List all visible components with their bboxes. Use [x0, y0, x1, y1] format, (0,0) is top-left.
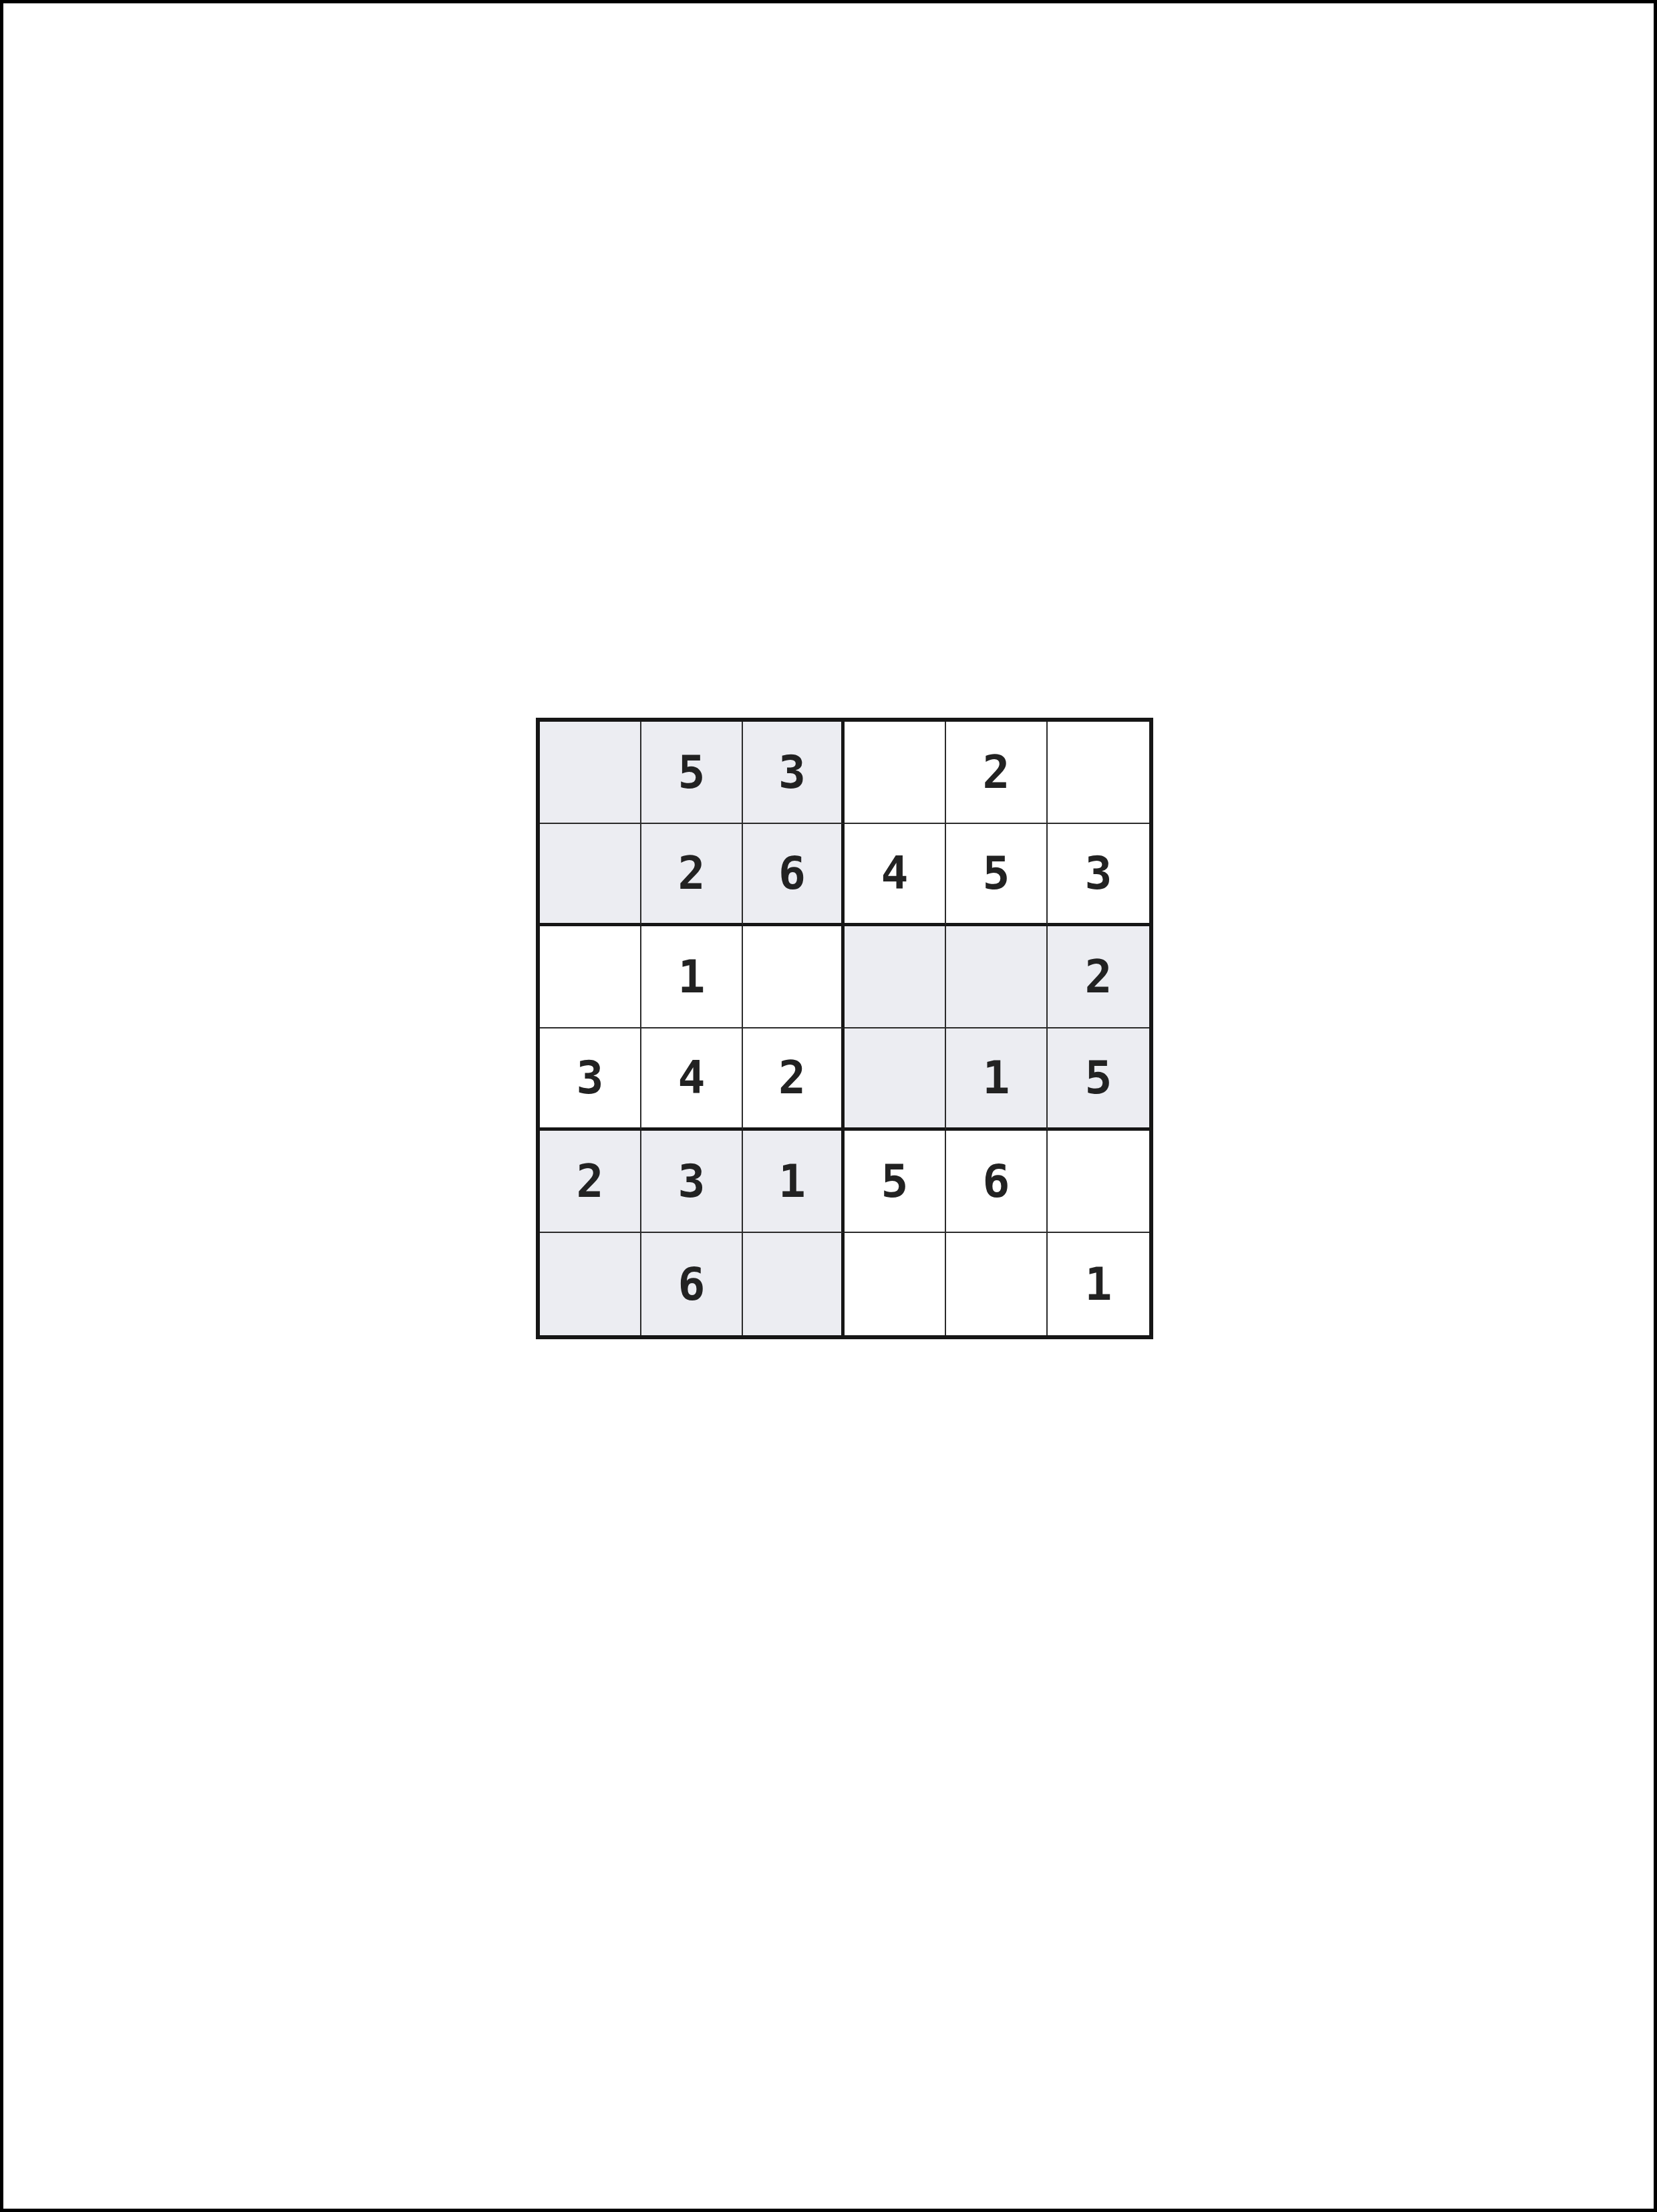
cell-r1c5-given-2: 2 [946, 722, 1048, 824]
cell-r5c3-given-1: 1 [743, 1131, 845, 1233]
cell-r2c2-given-2: 2 [641, 824, 743, 926]
cell-r6c5-empty [946, 1233, 1048, 1335]
cell-r3c6-given-2: 2 [1048, 926, 1149, 1028]
cell-r2c6-given-3: 3 [1048, 824, 1149, 926]
cell-r3c5-empty [946, 926, 1048, 1028]
cell-r5c4-given-5: 5 [845, 1131, 946, 1233]
cell-r4c5-given-1: 1 [946, 1028, 1048, 1131]
printed-puzzle-page: 5322645312342152315661 [0, 0, 1657, 2212]
cell-r3c2-given-1: 1 [641, 926, 743, 1028]
cell-r4c4-empty [845, 1028, 946, 1131]
cell-r3c4-empty [845, 926, 946, 1028]
cell-r5c1-given-2: 2 [540, 1131, 641, 1233]
cell-r2c1-empty [540, 824, 641, 926]
cell-r6c4-empty [845, 1233, 946, 1335]
cell-r4c2-given-4: 4 [641, 1028, 743, 1131]
cell-r1c2-given-5: 5 [641, 722, 743, 824]
cell-r5c5-given-6: 6 [946, 1131, 1048, 1233]
cell-r1c6-empty [1048, 722, 1149, 824]
cell-r4c3-given-2: 2 [743, 1028, 845, 1131]
cell-r1c4-empty [845, 722, 946, 824]
cell-r1c3-given-3: 3 [743, 722, 845, 824]
cell-r3c3-empty [743, 926, 845, 1028]
cell-r2c5-given-5: 5 [946, 824, 1048, 926]
sudoku-board: 5322645312342152315661 [536, 718, 1153, 1339]
cell-r5c6-empty [1048, 1131, 1149, 1233]
cell-r4c6-given-5: 5 [1048, 1028, 1149, 1131]
cell-r6c6-given-1: 1 [1048, 1233, 1149, 1335]
cell-r6c3-empty [743, 1233, 845, 1335]
cell-r2c4-given-4: 4 [845, 824, 946, 926]
cell-r1c1-empty [540, 722, 641, 824]
cell-r6c1-empty [540, 1233, 641, 1335]
cell-r3c1-empty [540, 926, 641, 1028]
cell-r5c2-given-3: 3 [641, 1131, 743, 1233]
cell-r4c1-given-3: 3 [540, 1028, 641, 1131]
cell-r2c3-given-6: 6 [743, 824, 845, 926]
cell-r6c2-given-6: 6 [641, 1233, 743, 1335]
